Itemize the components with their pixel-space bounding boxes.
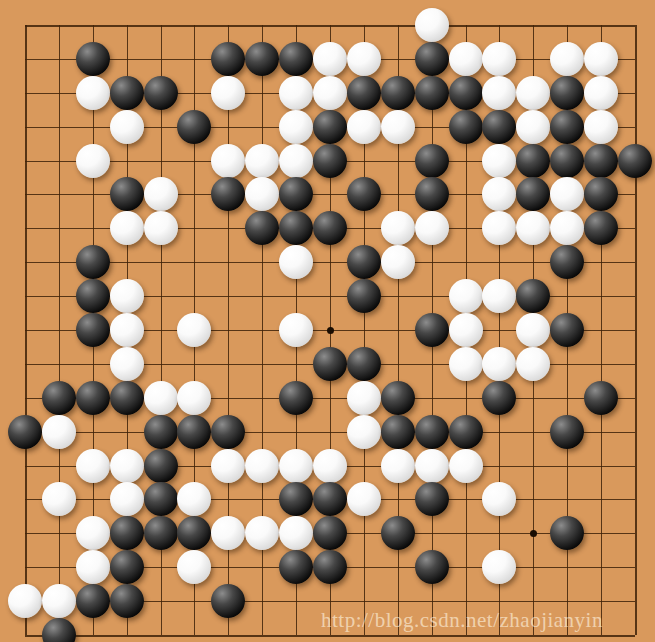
board-line-vertical	[635, 25, 637, 635]
white-stone	[76, 144, 110, 178]
white-stone	[110, 347, 144, 381]
white-stone	[245, 516, 279, 550]
black-stone	[144, 449, 178, 483]
black-stone	[144, 415, 178, 449]
black-stone	[76, 584, 110, 618]
white-stone	[381, 211, 415, 245]
black-stone	[279, 550, 313, 584]
white-stone	[482, 42, 516, 76]
white-stone	[279, 313, 313, 347]
white-stone	[110, 279, 144, 313]
black-stone	[550, 245, 584, 279]
white-stone	[449, 313, 483, 347]
black-stone	[76, 381, 110, 415]
white-stone	[76, 76, 110, 110]
black-stone	[177, 415, 211, 449]
white-stone	[110, 449, 144, 483]
board-line-horizontal	[25, 432, 635, 433]
black-stone	[76, 245, 110, 279]
star-point	[530, 530, 537, 537]
black-stone	[144, 76, 178, 110]
white-stone	[584, 42, 618, 76]
white-stone	[211, 76, 245, 110]
black-stone	[584, 144, 618, 178]
white-stone	[516, 313, 550, 347]
white-stone	[381, 245, 415, 279]
black-stone	[415, 313, 449, 347]
white-stone	[279, 245, 313, 279]
white-stone	[110, 482, 144, 516]
white-stone	[279, 76, 313, 110]
white-stone	[347, 482, 381, 516]
black-stone	[449, 110, 483, 144]
white-stone	[347, 42, 381, 76]
white-stone	[381, 449, 415, 483]
white-stone	[347, 415, 381, 449]
black-stone	[110, 381, 144, 415]
black-stone	[550, 415, 584, 449]
white-stone	[245, 449, 279, 483]
white-stone	[177, 550, 211, 584]
black-stone	[110, 516, 144, 550]
black-stone	[415, 550, 449, 584]
black-stone	[449, 415, 483, 449]
white-stone	[279, 516, 313, 550]
black-stone	[144, 516, 178, 550]
black-stone	[211, 415, 245, 449]
white-stone	[313, 42, 347, 76]
black-stone	[516, 279, 550, 313]
black-stone	[482, 110, 516, 144]
black-stone	[618, 144, 652, 178]
white-stone	[482, 279, 516, 313]
white-stone	[381, 110, 415, 144]
black-stone	[76, 279, 110, 313]
black-stone	[8, 415, 42, 449]
white-stone	[42, 482, 76, 516]
black-stone	[415, 482, 449, 516]
black-stone	[347, 279, 381, 313]
white-stone	[449, 42, 483, 76]
black-stone	[347, 177, 381, 211]
black-stone	[313, 550, 347, 584]
black-stone	[110, 550, 144, 584]
go-board[interactable]: http://blog.csdn.net/zhaojianyin	[0, 0, 655, 642]
black-stone	[347, 76, 381, 110]
white-stone	[110, 110, 144, 144]
board-line-horizontal	[25, 635, 635, 637]
black-stone	[177, 516, 211, 550]
white-stone	[110, 313, 144, 347]
black-stone	[245, 211, 279, 245]
black-stone	[110, 584, 144, 618]
black-stone	[381, 381, 415, 415]
black-stone	[415, 144, 449, 178]
white-stone	[347, 381, 381, 415]
white-stone	[482, 76, 516, 110]
black-stone	[76, 42, 110, 76]
black-stone	[211, 177, 245, 211]
black-stone	[177, 110, 211, 144]
black-stone	[550, 516, 584, 550]
black-stone	[313, 347, 347, 381]
white-stone	[550, 211, 584, 245]
star-point	[327, 327, 334, 334]
black-stone	[42, 381, 76, 415]
white-stone	[584, 76, 618, 110]
white-stone	[415, 211, 449, 245]
white-stone	[144, 211, 178, 245]
white-stone	[177, 313, 211, 347]
black-stone	[245, 42, 279, 76]
white-stone	[482, 550, 516, 584]
white-stone	[482, 144, 516, 178]
black-stone	[381, 76, 415, 110]
white-stone	[211, 144, 245, 178]
black-stone	[313, 144, 347, 178]
white-stone	[110, 211, 144, 245]
black-stone	[42, 618, 76, 642]
black-stone	[313, 482, 347, 516]
white-stone	[76, 516, 110, 550]
black-stone	[415, 76, 449, 110]
black-stone	[449, 76, 483, 110]
white-stone	[144, 177, 178, 211]
black-stone	[482, 381, 516, 415]
black-stone	[550, 76, 584, 110]
black-stone	[381, 415, 415, 449]
white-stone	[279, 144, 313, 178]
white-stone	[347, 110, 381, 144]
black-stone	[415, 415, 449, 449]
white-stone	[76, 449, 110, 483]
black-stone	[110, 177, 144, 211]
white-stone	[550, 42, 584, 76]
white-stone	[584, 110, 618, 144]
black-stone	[211, 42, 245, 76]
white-stone	[482, 211, 516, 245]
white-stone	[279, 110, 313, 144]
white-stone	[279, 449, 313, 483]
white-stone	[550, 177, 584, 211]
black-stone	[313, 211, 347, 245]
black-stone	[415, 42, 449, 76]
black-stone	[211, 584, 245, 618]
black-stone	[347, 245, 381, 279]
white-stone	[245, 177, 279, 211]
white-stone	[516, 76, 550, 110]
white-stone	[76, 550, 110, 584]
white-stone	[245, 144, 279, 178]
black-stone	[279, 42, 313, 76]
black-stone	[516, 144, 550, 178]
black-stone	[279, 177, 313, 211]
black-stone	[584, 211, 618, 245]
black-stone	[516, 177, 550, 211]
black-stone	[550, 110, 584, 144]
white-stone	[313, 76, 347, 110]
white-stone	[516, 110, 550, 144]
black-stone	[550, 313, 584, 347]
black-stone	[110, 76, 144, 110]
black-stone	[313, 516, 347, 550]
white-stone	[482, 177, 516, 211]
white-stone	[516, 211, 550, 245]
black-stone	[279, 381, 313, 415]
white-stone	[313, 449, 347, 483]
white-stone	[42, 584, 76, 618]
black-stone	[279, 482, 313, 516]
black-stone	[381, 516, 415, 550]
white-stone	[415, 8, 449, 42]
white-stone	[177, 482, 211, 516]
white-stone	[415, 449, 449, 483]
black-stone	[584, 381, 618, 415]
black-stone	[279, 211, 313, 245]
white-stone	[449, 347, 483, 381]
black-stone	[144, 482, 178, 516]
white-stone	[482, 482, 516, 516]
white-stone	[449, 449, 483, 483]
white-stone	[144, 381, 178, 415]
white-stone	[211, 449, 245, 483]
black-stone	[313, 110, 347, 144]
white-stone	[482, 347, 516, 381]
white-stone	[516, 347, 550, 381]
white-stone	[211, 516, 245, 550]
black-stone	[347, 347, 381, 381]
black-stone	[584, 177, 618, 211]
white-stone	[449, 279, 483, 313]
black-stone	[76, 313, 110, 347]
white-stone	[177, 381, 211, 415]
white-stone	[8, 584, 42, 618]
black-stone	[550, 144, 584, 178]
black-stone	[415, 177, 449, 211]
white-stone	[42, 415, 76, 449]
